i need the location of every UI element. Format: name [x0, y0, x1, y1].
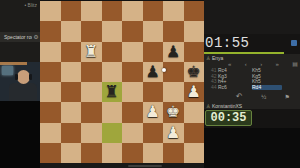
square-d1[interactable]	[102, 143, 123, 163]
square-g4[interactable]	[163, 82, 184, 102]
nav-last-icon[interactable]: »	[276, 61, 279, 67]
square-c5[interactable]	[81, 62, 102, 82]
square-h4[interactable]: ♟	[184, 82, 205, 102]
square-f8[interactable]	[143, 1, 164, 21]
square-e3[interactable]	[122, 102, 143, 122]
opponent-clock: 01:55	[205, 35, 265, 51]
square-e7[interactable]	[122, 21, 143, 41]
move-number: 44	[204, 85, 218, 91]
player-name-row[interactable]: ♙ KonstantinXS	[206, 103, 242, 109]
move-list: 41Rc4Kh542Kg3Kg543h4+Kh544Rc6Rd4	[204, 68, 300, 90]
square-b7[interactable]	[61, 21, 82, 41]
nav-prev-icon[interactable]: ‹	[245, 61, 247, 67]
opponent-name-row[interactable]: ♙ Enya	[206, 55, 223, 61]
white-pawn[interactable]: ♟	[163, 123, 184, 143]
takeback-button[interactable]: ↶	[236, 92, 243, 101]
square-a4[interactable]	[40, 82, 61, 102]
square-f4[interactable]	[143, 82, 164, 102]
square-a2[interactable]	[40, 123, 61, 143]
square-g2[interactable]: ♟	[163, 123, 184, 143]
square-f3[interactable]: ♟	[143, 102, 164, 122]
resign-button[interactable]: ⚑	[285, 93, 290, 100]
square-d2[interactable]	[102, 123, 123, 143]
sidebar: 01:55 ♙ Enya «‹›»▤ 41Rc4Kh542Kg3Kg543h4+…	[204, 0, 300, 168]
square-a1[interactable]	[40, 143, 61, 163]
square-e1[interactable]	[122, 143, 143, 163]
streamer-body	[9, 83, 37, 101]
square-c3[interactable]	[81, 102, 102, 122]
square-b4[interactable]	[61, 82, 82, 102]
square-h5[interactable]: ♚	[184, 62, 205, 82]
square-f2[interactable]	[143, 123, 164, 143]
square-b6[interactable]	[61, 42, 82, 62]
square-e2[interactable]	[122, 123, 143, 143]
square-b5[interactable]	[61, 62, 82, 82]
player-piece-icon: ♙	[206, 55, 210, 61]
square-d6[interactable]	[102, 42, 123, 62]
square-g7[interactable]	[163, 21, 184, 41]
draw-offer-button[interactable]: ½	[261, 94, 266, 100]
black-rook[interactable]: ♜	[102, 82, 123, 102]
square-b3[interactable]	[61, 102, 82, 122]
square-c8[interactable]	[81, 1, 102, 21]
square-a6[interactable]	[40, 42, 61, 62]
sidebar-top-spacer	[204, 0, 300, 34]
move-nav-toolbar: «‹›»▤	[228, 61, 298, 67]
game-meta-text: • Blitz	[0, 2, 37, 8]
square-a3[interactable]	[40, 102, 61, 122]
square-f5[interactable]: ♟	[143, 62, 164, 82]
move-row: 44Rc6Rd4	[204, 85, 300, 91]
square-h6[interactable]	[184, 42, 205, 62]
webcam-feed	[0, 62, 40, 101]
square-e5[interactable]	[122, 62, 143, 82]
white-pawn[interactable]: ♟	[143, 102, 164, 122]
webcam-monitor	[2, 66, 13, 75]
headphones-icon	[15, 74, 18, 80]
square-d7[interactable]	[102, 21, 123, 41]
square-b8[interactable]	[61, 1, 82, 21]
square-d3[interactable]	[102, 102, 123, 122]
headphones-icon	[29, 74, 32, 80]
square-c2[interactable]	[81, 123, 102, 143]
square-h1[interactable]	[184, 143, 205, 163]
player-clock-running: 00:35	[205, 110, 252, 126]
nav-first-icon[interactable]: «	[228, 61, 231, 67]
square-g8[interactable]	[163, 1, 184, 21]
left-panel-lower	[0, 101, 40, 168]
square-c6[interactable]: ♜	[81, 42, 102, 62]
opponent-name[interactable]: Enya	[212, 55, 223, 61]
bottom-bar-widget	[128, 165, 162, 167]
square-h7[interactable]	[184, 21, 205, 41]
square-f7[interactable]	[143, 21, 164, 41]
square-f1[interactable]	[143, 143, 164, 163]
board-menu-icon[interactable]: ▤	[292, 61, 298, 67]
square-h8[interactable]	[184, 1, 205, 21]
square-d4[interactable]: ♜	[102, 82, 123, 102]
square-c7[interactable]	[81, 21, 102, 41]
square-a7[interactable]	[40, 21, 61, 41]
square-b1[interactable]	[61, 143, 82, 163]
player-piece-icon: ♙	[206, 103, 210, 109]
square-e8[interactable]	[122, 1, 143, 21]
square-f6[interactable]	[143, 42, 164, 62]
white-king[interactable]: ♚	[163, 102, 184, 122]
square-c1[interactable]	[81, 143, 102, 163]
sidebar-lower-spacer	[204, 128, 300, 168]
black-king[interactable]: ♚	[184, 62, 205, 82]
game-action-buttons: ↶ ½ ⚑	[236, 92, 290, 101]
board-bottom-bar	[40, 163, 204, 168]
square-h2[interactable]	[184, 123, 205, 143]
black-pawn[interactable]: ♟	[143, 62, 164, 82]
square-g6[interactable]: ♟	[163, 42, 184, 62]
square-g5[interactable]	[163, 62, 184, 82]
mouse-cursor	[162, 68, 166, 72]
stream-screen: • Blitz Spectator room ⚙ ♜♟♟♚♜♟♟♚♟ 01:55…	[0, 0, 300, 168]
square-g1[interactable]	[163, 143, 184, 163]
square-a5[interactable]	[40, 62, 61, 82]
square-d8[interactable]	[102, 1, 123, 21]
square-e6[interactable]	[122, 42, 143, 62]
black-move[interactable]: Rd4	[252, 85, 282, 91]
square-a8[interactable]	[40, 1, 61, 21]
chess-board[interactable]: ♜♟♟♚♜♟♟♚♟	[40, 1, 204, 163]
player-name[interactable]: KonstantinXS	[212, 103, 242, 109]
white-move[interactable]: Rc6	[218, 85, 252, 91]
gear-icon[interactable]: ⚙	[32, 32, 40, 42]
white-rook[interactable]: ♜	[81, 42, 102, 62]
square-d5[interactable]	[102, 62, 123, 82]
square-g3[interactable]: ♚	[163, 102, 184, 122]
black-pawn[interactable]: ♟	[163, 42, 184, 62]
square-c4[interactable]	[81, 82, 102, 102]
white-pawn[interactable]: ♟	[184, 82, 205, 102]
analysis-icon[interactable]	[291, 40, 297, 46]
square-h3[interactable]	[184, 102, 205, 122]
square-e4[interactable]	[122, 82, 143, 102]
square-b2[interactable]	[61, 123, 82, 143]
webcam-shelf	[0, 62, 27, 65]
